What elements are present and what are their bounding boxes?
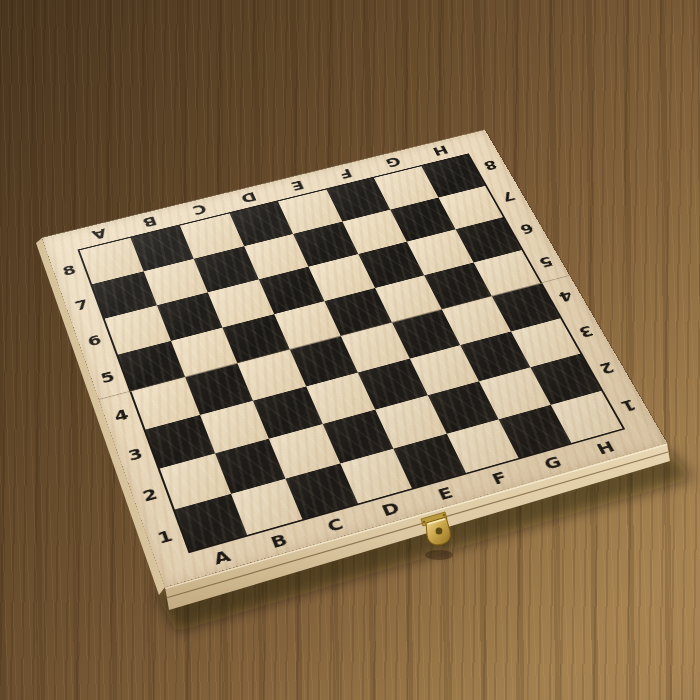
table-surface: ABCDEFGH ABCDEFGH 87654321 87654321 [0,0,700,700]
brass-clasp-icon [414,505,460,563]
